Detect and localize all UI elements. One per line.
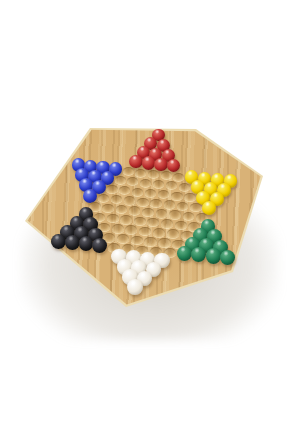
board-hole[interactable]	[137, 198, 148, 206]
marble-red[interactable]	[154, 158, 167, 171]
board-hole[interactable]	[134, 217, 146, 226]
board-hole[interactable]	[184, 193, 195, 201]
marble-green[interactable]	[220, 250, 235, 265]
board-hole[interactable]	[153, 228, 165, 237]
board-hole[interactable]	[173, 173, 184, 181]
board-hole[interactable]	[153, 180, 164, 188]
board-hole[interactable]	[140, 179, 151, 187]
chinese-checkers-board	[0, 0, 287, 430]
board-hole[interactable]	[111, 195, 122, 203]
board-hole[interactable]	[98, 194, 109, 202]
board-hole[interactable]	[164, 200, 175, 208]
board-hole[interactable]	[183, 212, 195, 220]
photo-background	[0, 0, 287, 430]
board-hole[interactable]	[169, 210, 181, 218]
marble-white[interactable]	[127, 279, 143, 295]
board-hole[interactable]	[161, 219, 173, 228]
board-hole[interactable]	[158, 190, 169, 198]
board-hole[interactable]	[156, 209, 168, 217]
board-hole[interactable]	[116, 205, 128, 213]
board-hole[interactable]	[102, 204, 114, 212]
marble-black[interactable]	[65, 235, 80, 250]
board-hole[interactable]	[135, 169, 146, 177]
board-hole[interactable]	[142, 208, 154, 216]
board-hole[interactable]	[112, 224, 124, 233]
board-hole[interactable]	[148, 170, 159, 178]
board-hole[interactable]	[158, 238, 170, 247]
marble-red[interactable]	[129, 155, 142, 168]
board-hole[interactable]	[115, 176, 126, 184]
marble-blue[interactable]	[83, 189, 97, 203]
marble-red[interactable]	[142, 156, 155, 169]
board-hole[interactable]	[167, 229, 179, 238]
board-holes	[0, 0, 287, 430]
board-hole[interactable]	[131, 236, 143, 245]
board-hole[interactable]	[147, 218, 159, 227]
board-hole[interactable]	[106, 185, 117, 193]
board-hole[interactable]	[123, 167, 134, 175]
board-hole[interactable]	[107, 214, 119, 222]
board-hole[interactable]	[124, 196, 135, 204]
board-hole[interactable]	[150, 199, 161, 207]
board-hole[interactable]	[177, 202, 188, 210]
board-hole[interactable]	[179, 183, 190, 191]
board-hole[interactable]	[175, 221, 187, 230]
marble-red[interactable]	[167, 159, 180, 172]
board-hole[interactable]	[145, 189, 156, 197]
board-hole[interactable]	[120, 215, 132, 223]
marble-black[interactable]	[92, 238, 107, 253]
marble-green[interactable]	[206, 248, 221, 263]
board-hole[interactable]	[161, 171, 172, 179]
board-hole[interactable]	[132, 188, 143, 196]
marble-black[interactable]	[51, 234, 66, 249]
board-hole[interactable]	[171, 192, 182, 200]
board-hole[interactable]	[166, 181, 177, 189]
board-hole[interactable]	[144, 237, 156, 246]
marble-green[interactable]	[191, 247, 206, 262]
marble-green[interactable]	[177, 246, 192, 261]
board-hole[interactable]	[139, 227, 151, 236]
board-hole[interactable]	[117, 234, 129, 243]
marble-black[interactable]	[79, 236, 94, 251]
board-hole[interactable]	[129, 206, 141, 214]
board-hole[interactable]	[127, 177, 138, 185]
board-hole[interactable]	[190, 203, 202, 211]
board-hole[interactable]	[119, 186, 130, 194]
board-hole[interactable]	[125, 225, 137, 234]
